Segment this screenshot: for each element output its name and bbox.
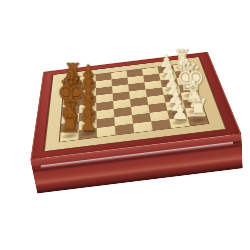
chess-box: ♜♟♟♜♞♟♟♞♝♟♟♝♛♟♟♛♚♟♟♚♝♟♟♝♞♟♟♞♜♟♟♜ [30, 52, 241, 160]
piece-black-pawn: ♟ [75, 114, 101, 134]
piece-white-rook: ♜ [183, 96, 213, 120]
chess-set-photo: ♜♟♟♜♞♟♟♞♝♟♟♝♛♟♟♛♚♟♟♚♝♟♟♝♞♟♟♞♜♟♟♜ [0, 0, 250, 250]
